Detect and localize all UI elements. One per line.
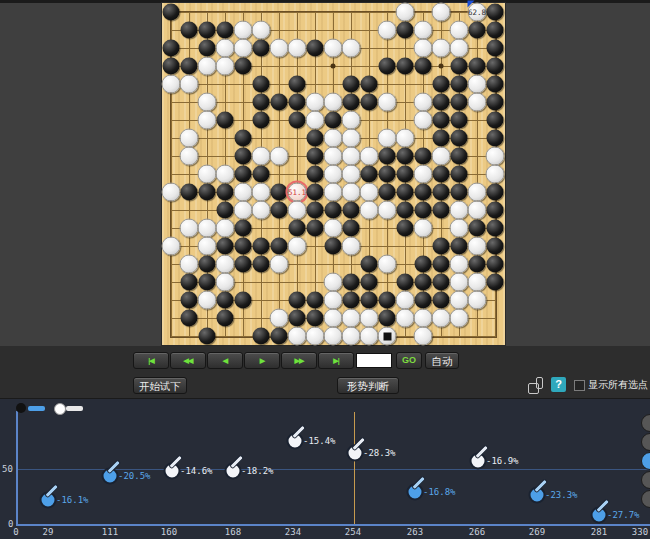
winrate-pin-move-269[interactable] xyxy=(529,487,546,504)
black-stone[interactable] xyxy=(397,274,414,291)
black-stone[interactable] xyxy=(307,40,324,57)
black-stone[interactable] xyxy=(253,76,270,93)
white-stone[interactable] xyxy=(180,147,199,166)
winrate-pin-move-263[interactable] xyxy=(407,484,424,501)
white-stone[interactable] xyxy=(432,3,451,22)
white-stone[interactable] xyxy=(450,201,469,220)
black-stone[interactable] xyxy=(253,328,270,345)
black-stone[interactable] xyxy=(199,328,216,345)
white-stone[interactable] xyxy=(270,255,289,274)
black-stone[interactable] xyxy=(487,220,504,237)
black-stone[interactable] xyxy=(217,310,234,327)
black-stone[interactable] xyxy=(199,256,216,273)
black-stone[interactable] xyxy=(235,166,252,183)
black-stone[interactable] xyxy=(325,238,342,255)
x-tick-label: 168 xyxy=(225,527,241,537)
winrate-pin-move-254[interactable] xyxy=(347,445,364,462)
black-stone[interactable] xyxy=(397,202,414,219)
blue-flag-icon xyxy=(468,1,475,8)
white-stone[interactable] xyxy=(234,39,253,58)
x-axis xyxy=(16,524,650,526)
to-end-button[interactable]: ▶| xyxy=(318,352,354,369)
side-knob[interactable] xyxy=(641,452,650,470)
white-stone[interactable] xyxy=(360,147,379,166)
forward-button[interactable]: ▶ xyxy=(244,352,280,369)
back-button[interactable]: ◀ xyxy=(207,352,243,369)
white-stone[interactable] xyxy=(468,93,487,112)
white-stone[interactable] xyxy=(324,39,343,58)
white-stone[interactable] xyxy=(216,219,235,238)
black-stone[interactable] xyxy=(433,274,450,291)
black-stone[interactable] xyxy=(163,58,180,75)
white-stone[interactable] xyxy=(342,111,361,130)
black-stone[interactable] xyxy=(271,94,288,111)
black-stone[interactable] xyxy=(469,220,486,237)
black-stone[interactable] xyxy=(433,76,450,93)
black-stone[interactable] xyxy=(325,112,342,129)
black-stone[interactable] xyxy=(433,292,450,309)
thumb-up-shape xyxy=(536,377,543,389)
black-stone[interactable] xyxy=(289,94,306,111)
white-stone[interactable] xyxy=(396,291,415,310)
last-move-stone[interactable] xyxy=(378,327,397,346)
black-stone[interactable] xyxy=(199,274,216,291)
black-to-play-series-legend-dot[interactable] xyxy=(16,403,26,413)
white-stone[interactable] xyxy=(324,291,343,310)
black-stone[interactable] xyxy=(217,292,234,309)
black-stone[interactable] xyxy=(235,292,252,309)
black-stone[interactable] xyxy=(289,310,306,327)
black-stone[interactable] xyxy=(289,112,306,129)
white-stone[interactable] xyxy=(324,273,343,292)
white-stone[interactable] xyxy=(324,309,343,328)
black-stone[interactable] xyxy=(217,238,234,255)
black-stone[interactable] xyxy=(181,310,198,327)
black-stone[interactable] xyxy=(361,166,378,183)
winrate-pin-label: -20.5% xyxy=(118,471,151,481)
white-stone[interactable] xyxy=(288,39,307,58)
white-stone[interactable] xyxy=(432,147,451,166)
black-stone[interactable] xyxy=(199,40,216,57)
white-stone[interactable] xyxy=(324,327,343,346)
black-stone[interactable] xyxy=(307,130,324,147)
black-stone[interactable] xyxy=(451,148,468,165)
white-stone[interactable] xyxy=(270,309,289,328)
white-stone[interactable] xyxy=(378,255,397,274)
white-stone[interactable] xyxy=(378,93,397,112)
black-stone[interactable] xyxy=(235,130,252,147)
side-knob[interactable] xyxy=(641,490,650,508)
black-stone[interactable] xyxy=(487,256,504,273)
white-stone[interactable] xyxy=(486,165,505,184)
black-stone[interactable] xyxy=(343,292,360,309)
white-stone[interactable] xyxy=(306,111,325,130)
black-stone[interactable] xyxy=(397,220,414,237)
black-stone[interactable] xyxy=(487,94,504,111)
winrate-pin-move-160[interactable] xyxy=(164,463,181,480)
black-stone[interactable] xyxy=(181,184,198,201)
x-tick-label: 269 xyxy=(529,527,545,537)
black-stone[interactable] xyxy=(415,58,432,75)
white-stone[interactable] xyxy=(252,183,271,202)
white-stone[interactable] xyxy=(234,21,253,40)
white-stone[interactable] xyxy=(414,21,433,40)
white-stone[interactable] xyxy=(450,219,469,238)
white-stone[interactable] xyxy=(288,201,307,220)
white-stone[interactable] xyxy=(216,57,235,76)
black-stone[interactable] xyxy=(433,238,450,255)
black-stone[interactable] xyxy=(253,112,270,129)
black-stone[interactable] xyxy=(217,22,234,39)
auto-button[interactable]: 自动 xyxy=(425,352,459,369)
black-stone[interactable] xyxy=(307,184,324,201)
black-stone[interactable] xyxy=(451,76,468,93)
white-stone[interactable] xyxy=(324,165,343,184)
white-stone[interactable] xyxy=(378,129,397,148)
white-stone[interactable] xyxy=(288,237,307,256)
white-stone[interactable] xyxy=(468,183,487,202)
black-stone[interactable] xyxy=(217,184,234,201)
current-move-line[interactable] xyxy=(354,412,355,524)
black-stone[interactable] xyxy=(181,292,198,309)
winrate-badge-label: 62.8 xyxy=(468,8,486,17)
white-stone[interactable] xyxy=(342,165,361,184)
black-to-play-series-legend-bar[interactable] xyxy=(28,406,45,411)
black-stone[interactable] xyxy=(235,58,252,75)
white-stone[interactable] xyxy=(270,147,289,166)
black-stone[interactable] xyxy=(487,202,504,219)
black-stone[interactable] xyxy=(163,40,180,57)
black-stone[interactable] xyxy=(307,148,324,165)
black-stone[interactable] xyxy=(487,184,504,201)
white-stone[interactable] xyxy=(396,309,415,328)
white-to-play-series-legend-bar[interactable] xyxy=(66,406,83,411)
black-stone[interactable] xyxy=(271,202,288,219)
white-stone[interactable] xyxy=(414,93,433,112)
white-stone[interactable] xyxy=(252,147,271,166)
side-knob[interactable] xyxy=(641,433,650,451)
white-stone[interactable] xyxy=(342,183,361,202)
black-stone[interactable] xyxy=(451,112,468,129)
white-stone[interactable] xyxy=(198,93,217,112)
black-stone[interactable] xyxy=(451,130,468,147)
x-tick-label: 0 xyxy=(13,527,18,537)
white-stone[interactable] xyxy=(216,273,235,292)
white-stone[interactable] xyxy=(342,327,361,346)
white-stone[interactable] xyxy=(162,183,181,202)
white-stone[interactable] xyxy=(180,219,199,238)
black-stone[interactable] xyxy=(361,292,378,309)
white-stone[interactable] xyxy=(324,183,343,202)
white-stone[interactable] xyxy=(288,327,307,346)
black-stone[interactable] xyxy=(397,148,414,165)
white-stone[interactable] xyxy=(324,93,343,112)
white-stone[interactable] xyxy=(468,237,487,256)
black-stone[interactable] xyxy=(271,184,288,201)
black-stone[interactable] xyxy=(325,202,342,219)
white-stone[interactable] xyxy=(180,75,199,94)
white-stone[interactable] xyxy=(360,201,379,220)
white-stone[interactable] xyxy=(198,237,217,256)
white-stone[interactable] xyxy=(360,327,379,346)
black-stone[interactable] xyxy=(487,22,504,39)
winrate-pin-label: -27.7% xyxy=(607,510,640,520)
fast-forward-button[interactable]: ▶▶ xyxy=(281,352,317,369)
x-tick-label: 266 xyxy=(469,527,485,537)
black-stone[interactable] xyxy=(253,40,270,57)
x-tick-label: 254 xyxy=(345,527,361,537)
highlighted-move-label: 51.1 xyxy=(288,188,306,197)
winrate-pin-label: -23.3% xyxy=(545,490,578,500)
winrate-pin-move-266[interactable] xyxy=(470,453,487,470)
black-stone[interactable] xyxy=(235,256,252,273)
white-stone[interactable] xyxy=(234,183,253,202)
y-tick-label: 50 xyxy=(2,464,13,474)
black-stone[interactable] xyxy=(181,58,198,75)
show-all-checkbox[interactable] xyxy=(574,380,585,391)
side-knob[interactable] xyxy=(641,414,650,432)
white-stone[interactable] xyxy=(432,309,451,328)
black-stone[interactable] xyxy=(397,166,414,183)
black-stone[interactable] xyxy=(253,94,270,111)
black-stone[interactable] xyxy=(487,112,504,129)
black-stone[interactable] xyxy=(379,148,396,165)
black-stone[interactable] xyxy=(199,184,216,201)
black-stone[interactable] xyxy=(199,22,216,39)
white-stone[interactable] xyxy=(468,201,487,220)
white-stone[interactable] xyxy=(450,39,469,58)
black-stone[interactable] xyxy=(415,148,432,165)
white-stone[interactable] xyxy=(342,237,361,256)
white-stone[interactable] xyxy=(324,129,343,148)
white-stone[interactable] xyxy=(414,219,433,238)
white-stone[interactable] xyxy=(450,255,469,274)
black-stone[interactable] xyxy=(217,202,234,219)
black-stone[interactable] xyxy=(415,274,432,291)
white-stone[interactable] xyxy=(450,273,469,292)
move-number-input[interactable] xyxy=(356,353,392,368)
black-stone[interactable] xyxy=(451,238,468,255)
black-stone[interactable] xyxy=(433,202,450,219)
black-stone[interactable] xyxy=(343,76,360,93)
black-stone[interactable] xyxy=(307,202,324,219)
black-stone[interactable] xyxy=(469,22,486,39)
white-stone[interactable] xyxy=(216,255,235,274)
winrate-pin-label: -15.4% xyxy=(303,436,336,446)
black-stone[interactable] xyxy=(379,310,396,327)
black-stone[interactable] xyxy=(163,4,180,21)
black-stone[interactable] xyxy=(397,184,414,201)
white-stone[interactable] xyxy=(198,57,217,76)
white-stone[interactable] xyxy=(450,21,469,40)
black-stone[interactable] xyxy=(469,256,486,273)
black-stone[interactable] xyxy=(379,166,396,183)
white-stone[interactable] xyxy=(360,309,379,328)
white-stone[interactable] xyxy=(306,93,325,112)
winrate-graph[interactable]: 500029111160168234254263266269281330-16.… xyxy=(0,399,650,539)
side-knob[interactable] xyxy=(641,471,650,489)
white-stone[interactable] xyxy=(414,111,433,130)
white-stone[interactable] xyxy=(414,165,433,184)
black-stone[interactable] xyxy=(415,256,432,273)
winrate-pin-move-234[interactable] xyxy=(287,433,304,450)
black-stone[interactable] xyxy=(433,94,450,111)
white-stone[interactable] xyxy=(252,21,271,40)
black-stone[interactable] xyxy=(415,184,432,201)
white-stone[interactable] xyxy=(198,111,217,130)
black-stone[interactable] xyxy=(271,328,288,345)
black-stone[interactable] xyxy=(397,58,414,75)
white-stone[interactable] xyxy=(198,219,217,238)
x-tick-label: 330 xyxy=(632,527,648,537)
black-stone[interactable] xyxy=(415,292,432,309)
black-stone[interactable] xyxy=(451,184,468,201)
black-stone[interactable] xyxy=(433,112,450,129)
black-stone[interactable] xyxy=(469,58,486,75)
black-stone[interactable] xyxy=(181,22,198,39)
black-stone[interactable] xyxy=(451,166,468,183)
winrate-pin-label: -16.8% xyxy=(423,487,456,497)
to-start-button[interactable]: |◀ xyxy=(133,352,169,369)
black-stone[interactable] xyxy=(289,220,306,237)
help-button[interactable]: ? xyxy=(551,377,566,392)
black-stone[interactable] xyxy=(307,292,324,309)
white-stone[interactable] xyxy=(468,273,487,292)
black-stone[interactable] xyxy=(343,202,360,219)
black-stone[interactable] xyxy=(235,148,252,165)
black-stone[interactable] xyxy=(361,256,378,273)
black-stone[interactable] xyxy=(415,202,432,219)
black-stone[interactable] xyxy=(217,112,234,129)
black-stone[interactable] xyxy=(361,76,378,93)
black-stone[interactable] xyxy=(379,184,396,201)
winrate-pin-move-111[interactable] xyxy=(102,468,119,485)
x-tick-label: 111 xyxy=(102,527,118,537)
judge-position-button[interactable]: 形势判断 xyxy=(337,377,399,394)
black-stone[interactable] xyxy=(307,310,324,327)
black-stone[interactable] xyxy=(361,274,378,291)
white-stone[interactable] xyxy=(198,291,217,310)
white-stone[interactable] xyxy=(270,39,289,58)
white-stone[interactable] xyxy=(378,201,397,220)
start-trial-button[interactable]: 开始试下 xyxy=(133,377,187,394)
white-stone[interactable] xyxy=(468,291,487,310)
thumbs-up-icon[interactable] xyxy=(527,377,544,393)
white-stone[interactable] xyxy=(342,309,361,328)
black-stone[interactable] xyxy=(307,166,324,183)
black-stone[interactable] xyxy=(181,274,198,291)
white-stone[interactable] xyxy=(252,201,271,220)
white-stone[interactable] xyxy=(198,165,217,184)
white-stone[interactable] xyxy=(414,309,433,328)
white-stone[interactable] xyxy=(450,291,469,310)
star-point xyxy=(439,64,444,69)
black-stone[interactable] xyxy=(343,274,360,291)
white-stone[interactable] xyxy=(342,39,361,58)
white-stone[interactable] xyxy=(432,39,451,58)
black-stone[interactable] xyxy=(235,238,252,255)
white-stone[interactable] xyxy=(162,237,181,256)
highlighted-move-stone[interactable]: 51.1 xyxy=(288,183,307,202)
black-stone[interactable] xyxy=(487,274,504,291)
black-stone[interactable] xyxy=(433,256,450,273)
white-stone[interactable] xyxy=(234,201,253,220)
white-stone[interactable] xyxy=(360,183,379,202)
black-stone[interactable] xyxy=(253,238,270,255)
white-stone[interactable] xyxy=(162,75,181,94)
black-stone[interactable] xyxy=(433,130,450,147)
white-stone[interactable] xyxy=(324,147,343,166)
winrate-pin-move-29[interactable] xyxy=(40,492,57,509)
white-stone[interactable] xyxy=(216,165,235,184)
white-stone[interactable] xyxy=(396,129,415,148)
last-move-square-marker xyxy=(383,332,391,340)
black-stone[interactable] xyxy=(451,94,468,111)
black-stone[interactable] xyxy=(487,130,504,147)
black-stone[interactable] xyxy=(235,220,252,237)
go-board[interactable]: 62.851.1 xyxy=(162,3,505,345)
white-stone[interactable] xyxy=(180,129,199,148)
white-stone[interactable] xyxy=(468,75,487,94)
go-button[interactable]: GO xyxy=(396,352,422,369)
winrate-pin-label: -16.9% xyxy=(486,456,519,466)
black-stone[interactable] xyxy=(289,76,306,93)
white-stone[interactable] xyxy=(396,3,415,22)
fast-back-button[interactable]: ◀◀ xyxy=(170,352,206,369)
white-stone[interactable] xyxy=(342,129,361,148)
black-stone[interactable] xyxy=(253,166,270,183)
black-stone[interactable] xyxy=(487,4,504,21)
black-stone[interactable] xyxy=(343,220,360,237)
winrate-pin-move-281[interactable] xyxy=(591,507,608,524)
x-tick-label: 234 xyxy=(285,527,301,537)
black-stone[interactable] xyxy=(487,76,504,93)
black-stone[interactable] xyxy=(487,58,504,75)
white-to-play-series-legend-dot[interactable] xyxy=(54,403,66,415)
black-stone[interactable] xyxy=(487,40,504,57)
x-tick-label: 263 xyxy=(407,527,423,537)
winrate-badge-stone[interactable]: 62.8 xyxy=(468,3,487,22)
black-stone[interactable] xyxy=(343,94,360,111)
black-stone[interactable] xyxy=(379,58,396,75)
black-stone[interactable] xyxy=(253,256,270,273)
black-stone[interactable] xyxy=(361,94,378,111)
white-stone[interactable] xyxy=(414,327,433,346)
black-stone[interactable] xyxy=(487,238,504,255)
white-stone[interactable] xyxy=(414,39,433,58)
white-stone[interactable] xyxy=(216,39,235,58)
white-stone[interactable] xyxy=(306,327,325,346)
white-stone[interactable] xyxy=(324,219,343,238)
black-stone[interactable] xyxy=(433,184,450,201)
black-stone[interactable] xyxy=(433,166,450,183)
x-tick-label: 29 xyxy=(43,527,54,537)
white-stone[interactable] xyxy=(486,147,505,166)
white-stone[interactable] xyxy=(342,147,361,166)
winrate-pin-move-168[interactable] xyxy=(225,463,242,480)
black-stone[interactable] xyxy=(397,22,414,39)
black-stone[interactable] xyxy=(451,58,468,75)
black-stone[interactable] xyxy=(379,292,396,309)
white-stone[interactable] xyxy=(378,21,397,40)
black-stone[interactable] xyxy=(271,238,288,255)
black-stone[interactable] xyxy=(307,220,324,237)
black-stone[interactable] xyxy=(289,292,306,309)
white-stone[interactable] xyxy=(450,309,469,328)
winrate-pin-label: -18.2% xyxy=(241,466,274,476)
x-tick-label: 281 xyxy=(591,527,607,537)
white-stone[interactable] xyxy=(180,255,199,274)
